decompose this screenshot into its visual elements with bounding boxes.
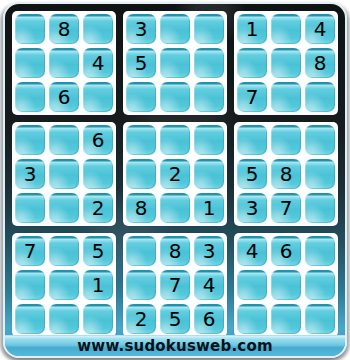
cell-r8c2[interactable] bbox=[49, 270, 79, 300]
cell-r1c6[interactable] bbox=[194, 14, 224, 44]
cell-r8c7[interactable] bbox=[237, 270, 267, 300]
cell-r3c8[interactable] bbox=[271, 82, 301, 112]
cell-r7c7[interactable]: 4 bbox=[237, 236, 267, 266]
cell-r7c5[interactable]: 8 bbox=[160, 236, 190, 266]
cell-r8c1[interactable] bbox=[15, 270, 45, 300]
cell-r8c4[interactable] bbox=[126, 270, 156, 300]
cell-r2c4[interactable]: 5 bbox=[126, 48, 156, 78]
cell-r6c2[interactable] bbox=[49, 193, 79, 223]
cell-r7c4[interactable] bbox=[126, 236, 156, 266]
cell-r1c8[interactable] bbox=[271, 14, 301, 44]
cell-r6c7[interactable]: 3 bbox=[237, 193, 267, 223]
cell-r2c2[interactable] bbox=[49, 48, 79, 78]
cell-r9c5[interactable]: 5 bbox=[160, 304, 190, 334]
box-7: 751 bbox=[12, 233, 116, 337]
cell-r1c4[interactable]: 3 bbox=[126, 14, 156, 44]
box-2: 35 bbox=[123, 11, 227, 115]
cell-r2c5[interactable] bbox=[160, 48, 190, 78]
cell-r5c2[interactable] bbox=[49, 159, 79, 189]
cell-r3c3[interactable] bbox=[83, 82, 113, 112]
footer-bar: www.sudokusweb.com bbox=[5, 335, 345, 356]
cell-r2c9[interactable]: 8 bbox=[305, 48, 335, 78]
box-9: 46 bbox=[234, 233, 338, 337]
cell-r1c3[interactable] bbox=[83, 14, 113, 44]
cell-r1c9[interactable]: 4 bbox=[305, 14, 335, 44]
cell-r4c1[interactable] bbox=[15, 125, 45, 155]
box-3: 1487 bbox=[234, 11, 338, 115]
cell-r1c2[interactable]: 8 bbox=[49, 14, 79, 44]
cell-r9c1[interactable] bbox=[15, 304, 45, 334]
cell-r4c7[interactable] bbox=[237, 125, 267, 155]
cell-r4c5[interactable] bbox=[160, 125, 190, 155]
cell-r8c3[interactable]: 1 bbox=[83, 270, 113, 300]
cell-r7c6[interactable]: 3 bbox=[194, 236, 224, 266]
cell-r8c5[interactable]: 7 bbox=[160, 270, 190, 300]
cell-r9c6[interactable]: 6 bbox=[194, 304, 224, 334]
cell-r4c9[interactable] bbox=[305, 125, 335, 155]
cell-r6c8[interactable]: 7 bbox=[271, 193, 301, 223]
sudoku-screenshot: 8463514876322815837751837425646 www.sudo… bbox=[0, 0, 350, 360]
cell-r5c1[interactable]: 3 bbox=[15, 159, 45, 189]
cell-r9c2[interactable] bbox=[49, 304, 79, 334]
cell-r3c6[interactable] bbox=[194, 82, 224, 112]
box-5: 281 bbox=[123, 122, 227, 226]
cell-r2c1[interactable] bbox=[15, 48, 45, 78]
cell-r9c8[interactable] bbox=[271, 304, 301, 334]
sudoku-grid: 8463514876322815837751837425646 bbox=[12, 11, 338, 337]
cell-r2c3[interactable]: 4 bbox=[83, 48, 113, 78]
cell-r6c6[interactable]: 1 bbox=[194, 193, 224, 223]
cell-r3c5[interactable] bbox=[160, 82, 190, 112]
cell-r9c9[interactable] bbox=[305, 304, 335, 334]
cell-r7c3[interactable]: 5 bbox=[83, 236, 113, 266]
cell-r4c6[interactable] bbox=[194, 125, 224, 155]
footer-url[interactable]: www.sudokusweb.com bbox=[77, 337, 272, 355]
cell-r9c7[interactable] bbox=[237, 304, 267, 334]
cell-r6c4[interactable]: 8 bbox=[126, 193, 156, 223]
cell-r5c7[interactable]: 5 bbox=[237, 159, 267, 189]
cell-r2c6[interactable] bbox=[194, 48, 224, 78]
cell-r9c4[interactable]: 2 bbox=[126, 304, 156, 334]
box-6: 5837 bbox=[234, 122, 338, 226]
cell-r3c7[interactable]: 7 bbox=[237, 82, 267, 112]
cell-r3c9[interactable] bbox=[305, 82, 335, 112]
box-8: 8374256 bbox=[123, 233, 227, 337]
cell-r7c8[interactable]: 6 bbox=[271, 236, 301, 266]
cell-r2c7[interactable] bbox=[237, 48, 267, 78]
cell-r4c2[interactable] bbox=[49, 125, 79, 155]
cell-r1c1[interactable] bbox=[15, 14, 45, 44]
cell-r4c3[interactable]: 6 bbox=[83, 125, 113, 155]
cell-r9c3[interactable] bbox=[83, 304, 113, 334]
cell-r6c1[interactable] bbox=[15, 193, 45, 223]
cell-r5c8[interactable]: 8 bbox=[271, 159, 301, 189]
cell-r7c1[interactable]: 7 bbox=[15, 236, 45, 266]
box-4: 632 bbox=[12, 122, 116, 226]
cell-r5c6[interactable] bbox=[194, 159, 224, 189]
cell-r8c6[interactable]: 4 bbox=[194, 270, 224, 300]
cell-r6c9[interactable] bbox=[305, 193, 335, 223]
cell-r7c9[interactable] bbox=[305, 236, 335, 266]
cell-r3c4[interactable] bbox=[126, 82, 156, 112]
cell-r3c2[interactable]: 6 bbox=[49, 82, 79, 112]
cell-r5c5[interactable]: 2 bbox=[160, 159, 190, 189]
cell-r5c3[interactable] bbox=[83, 159, 113, 189]
cell-r5c9[interactable] bbox=[305, 159, 335, 189]
cell-r4c8[interactable] bbox=[271, 125, 301, 155]
cell-r4c4[interactable] bbox=[126, 125, 156, 155]
cell-r7c2[interactable] bbox=[49, 236, 79, 266]
box-1: 846 bbox=[12, 11, 116, 115]
cell-r1c7[interactable]: 1 bbox=[237, 14, 267, 44]
cell-r1c5[interactable] bbox=[160, 14, 190, 44]
cell-r8c8[interactable] bbox=[271, 270, 301, 300]
cell-r6c3[interactable]: 2 bbox=[83, 193, 113, 223]
cell-r8c9[interactable] bbox=[305, 270, 335, 300]
cell-r2c8[interactable] bbox=[271, 48, 301, 78]
sudoku-board: 8463514876322815837751837425646 www.sudo… bbox=[3, 2, 347, 358]
cell-r5c4[interactable] bbox=[126, 159, 156, 189]
cell-r3c1[interactable] bbox=[15, 82, 45, 112]
cell-r6c5[interactable] bbox=[160, 193, 190, 223]
